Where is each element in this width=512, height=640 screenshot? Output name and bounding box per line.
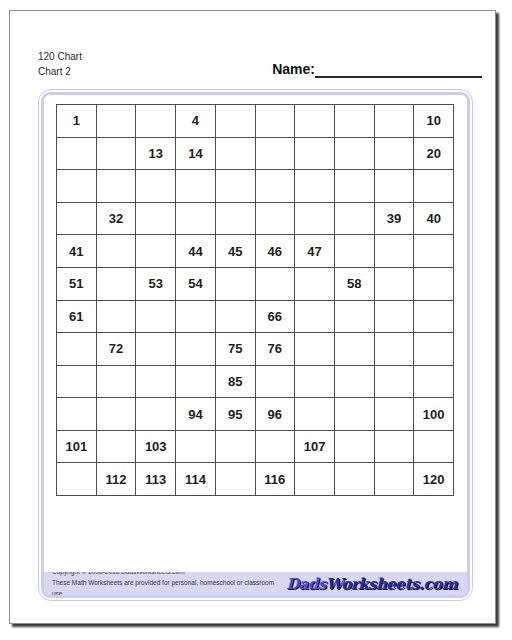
grid-cell-blank[interactable]: [295, 170, 334, 202]
grid-cell-blank[interactable]: [97, 268, 136, 300]
grid-cell-blank[interactable]: [295, 203, 334, 235]
grid-cell-blank[interactable]: [256, 170, 295, 202]
grid-cell-blank[interactable]: [216, 203, 255, 235]
grid-cell-blank[interactable]: [57, 366, 96, 398]
grid-cell-blank[interactable]: [335, 333, 374, 365]
grid-cell-blank[interactable]: [256, 268, 295, 300]
worksheet-content: 1410131420323940414445464751535458616672…: [44, 95, 467, 572]
grid-cell-blank[interactable]: [335, 301, 374, 333]
grid-cell-blank[interactable]: [57, 203, 96, 235]
grid-cell-blank[interactable]: [136, 170, 175, 202]
grid-cell-blank[interactable]: [295, 301, 334, 333]
grid-cell-filled: 101: [57, 431, 96, 463]
grid-cell-filled: 95: [216, 398, 255, 430]
grid-cell-blank[interactable]: [176, 170, 215, 202]
grid-cell-blank[interactable]: [97, 170, 136, 202]
grid-cell-filled: 51: [57, 268, 96, 300]
grid-cell-blank[interactable]: [97, 138, 136, 170]
grid-cell-blank[interactable]: [176, 431, 215, 463]
grid-cell-blank[interactable]: [295, 398, 334, 430]
grid-cell-blank[interactable]: [97, 366, 136, 398]
license-text: These Math Worksheets are provided for p…: [52, 578, 286, 598]
name-label: Name:: [272, 61, 315, 78]
grid-cell-blank[interactable]: [335, 431, 374, 463]
grid-cell-blank[interactable]: [176, 366, 215, 398]
grid-cell-filled: 85: [216, 366, 255, 398]
grid-cell-filled: 58: [335, 268, 374, 300]
grid-cell-blank[interactable]: [375, 301, 414, 333]
name-blank-line[interactable]: [315, 61, 482, 78]
footer-text: Copyright © 2008-2018 DadsWorksheets.com…: [52, 567, 286, 598]
grid-cell-blank[interactable]: [216, 105, 255, 137]
name-field: Name:: [272, 61, 482, 78]
grid-cell-blank[interactable]: [295, 268, 334, 300]
grid-cell-filled: 47: [295, 235, 334, 267]
grid-cell-blank[interactable]: [295, 105, 334, 137]
grid-cell-blank[interactable]: [375, 366, 414, 398]
grid-cell-blank[interactable]: [335, 463, 374, 495]
grid-cell-filled: 114: [176, 463, 215, 495]
grid-cell-filled: 4: [176, 105, 215, 137]
grid-cell-filled: 41: [57, 235, 96, 267]
grid-cell-blank[interactable]: [136, 203, 175, 235]
grid-cell-blank[interactable]: [256, 138, 295, 170]
grid-cell-blank[interactable]: [375, 235, 414, 267]
grid-cell-blank[interactable]: [97, 235, 136, 267]
grid-cell-blank[interactable]: [295, 333, 334, 365]
number-chart-grid: 1410131420323940414445464751535458616672…: [56, 104, 454, 496]
grid-cell-blank[interactable]: [136, 333, 175, 365]
grid-cell-blank[interactable]: [335, 366, 374, 398]
grid-cell-filled: 112: [97, 463, 136, 495]
grid-cell-blank[interactable]: [176, 203, 215, 235]
grid-cell-blank[interactable]: [136, 366, 175, 398]
grid-cell-blank[interactable]: [256, 203, 295, 235]
grid-cell-blank[interactable]: [414, 268, 453, 300]
grid-cell-blank[interactable]: [216, 138, 255, 170]
grid-cell-blank[interactable]: [136, 235, 175, 267]
grid-cell-filled: 32: [97, 203, 136, 235]
grid-cell-blank[interactable]: [216, 431, 255, 463]
grid-cell-blank[interactable]: [414, 333, 453, 365]
grid-cell-blank[interactable]: [295, 138, 334, 170]
grid-cell-filled: 14: [176, 138, 215, 170]
grid-cell-blank[interactable]: [97, 105, 136, 137]
grid-cell-filled: 116: [256, 463, 295, 495]
worksheet-page: 120 Chart Chart 2 Name: 1410131420323940…: [9, 10, 496, 624]
grid-cell-blank[interactable]: [256, 105, 295, 137]
grid-cell-filled: 75: [216, 333, 255, 365]
grid-cell-blank[interactable]: [414, 301, 453, 333]
grid-cell-filled: 20: [414, 138, 453, 170]
grid-cell-blank[interactable]: [57, 170, 96, 202]
grid-cell-blank[interactable]: [375, 398, 414, 430]
grid-cell-blank[interactable]: [216, 268, 255, 300]
grid-cell-filled: 76: [256, 333, 295, 365]
grid-cell-filled: 46: [256, 235, 295, 267]
grid-cell-filled: 103: [136, 431, 175, 463]
grid-cell-blank[interactable]: [97, 301, 136, 333]
grid-cell-blank[interactable]: [216, 170, 255, 202]
grid-cell-blank[interactable]: [414, 170, 453, 202]
grid-cell-blank[interactable]: [57, 138, 96, 170]
grid-cell-blank[interactable]: [375, 105, 414, 137]
grid-cell-filled: 94: [176, 398, 215, 430]
grid-cell-filled: 44: [176, 235, 215, 267]
grid-cell-blank[interactable]: [97, 398, 136, 430]
worksheet-footer: Copyright © 2008-2018 DadsWorksheets.com…: [44, 572, 467, 595]
grid-cell-filled: 54: [176, 268, 215, 300]
grid-cell-blank[interactable]: [335, 235, 374, 267]
worksheet-subtitle: Chart 2: [38, 64, 82, 79]
grid-cell-blank[interactable]: [57, 333, 96, 365]
grid-cell-blank[interactable]: [256, 366, 295, 398]
grid-cell-blank[interactable]: [136, 398, 175, 430]
grid-cell-blank[interactable]: [414, 235, 453, 267]
grid-cell-blank[interactable]: [57, 463, 96, 495]
grid-cell-blank[interactable]: [176, 333, 215, 365]
grid-cell-filled: 13: [136, 138, 175, 170]
grid-cell-blank[interactable]: [295, 366, 334, 398]
grid-cell-filled: 100: [414, 398, 453, 430]
grid-cell-blank[interactable]: [295, 463, 334, 495]
grid-cell-filled: 39: [375, 203, 414, 235]
grid-cell-blank[interactable]: [375, 463, 414, 495]
grid-cell-blank[interactable]: [256, 431, 295, 463]
worksheet-title: 120 Chart: [38, 49, 82, 64]
grid-cell-blank[interactable]: [136, 301, 175, 333]
worksheet-titles: 120 Chart Chart 2: [38, 49, 82, 79]
logo-dads-text: Dads: [286, 575, 326, 593]
grid-cell-filled: 72: [97, 333, 136, 365]
grid-cell-blank[interactable]: [375, 138, 414, 170]
grid-cell-blank[interactable]: [216, 463, 255, 495]
grid-cell-blank[interactable]: [57, 398, 96, 430]
grid-cell-blank[interactable]: [335, 398, 374, 430]
grid-cell-filled: 45: [216, 235, 255, 267]
grid-cell-blank[interactable]: [136, 105, 175, 137]
grid-cell-filled: 66: [256, 301, 295, 333]
grid-cell-blank[interactable]: [375, 333, 414, 365]
grid-cell-filled: 53: [136, 268, 175, 300]
grid-cell-blank[interactable]: [375, 431, 414, 463]
grid-cell-filled: 1: [57, 105, 96, 137]
logo-worksheets-text: Worksheets.com: [326, 575, 457, 593]
grid-cell-blank[interactable]: [414, 431, 453, 463]
grid-cell-filled: 10: [414, 105, 453, 137]
grid-cell-blank[interactable]: [375, 268, 414, 300]
grid-cell-blank[interactable]: [335, 203, 374, 235]
grid-cell-blank[interactable]: [335, 105, 374, 137]
worksheet-frame-inner: 1410131420323940414445464751535458616672…: [41, 92, 470, 598]
worksheet-frame: 1410131420323940414445464751535458616672…: [38, 89, 473, 601]
grid-cell-filled: 96: [256, 398, 295, 430]
grid-cell-blank[interactable]: [335, 170, 374, 202]
grid-cell-blank[interactable]: [414, 366, 453, 398]
grid-cell-filled: 113: [136, 463, 175, 495]
grid-cell-filled: 40: [414, 203, 453, 235]
grid-cell-blank[interactable]: [176, 301, 215, 333]
grid-cell-blank[interactable]: [335, 138, 374, 170]
grid-cell-blank[interactable]: [216, 301, 255, 333]
grid-cell-filled: 120: [414, 463, 453, 495]
grid-cell-blank[interactable]: [97, 431, 136, 463]
grid-cell-filled: 107: [295, 431, 334, 463]
dadsworksheets-logo: DadsWorksheets.com: [286, 575, 459, 593]
grid-cell-filled: 61: [57, 301, 96, 333]
grid-cell-blank[interactable]: [375, 170, 414, 202]
